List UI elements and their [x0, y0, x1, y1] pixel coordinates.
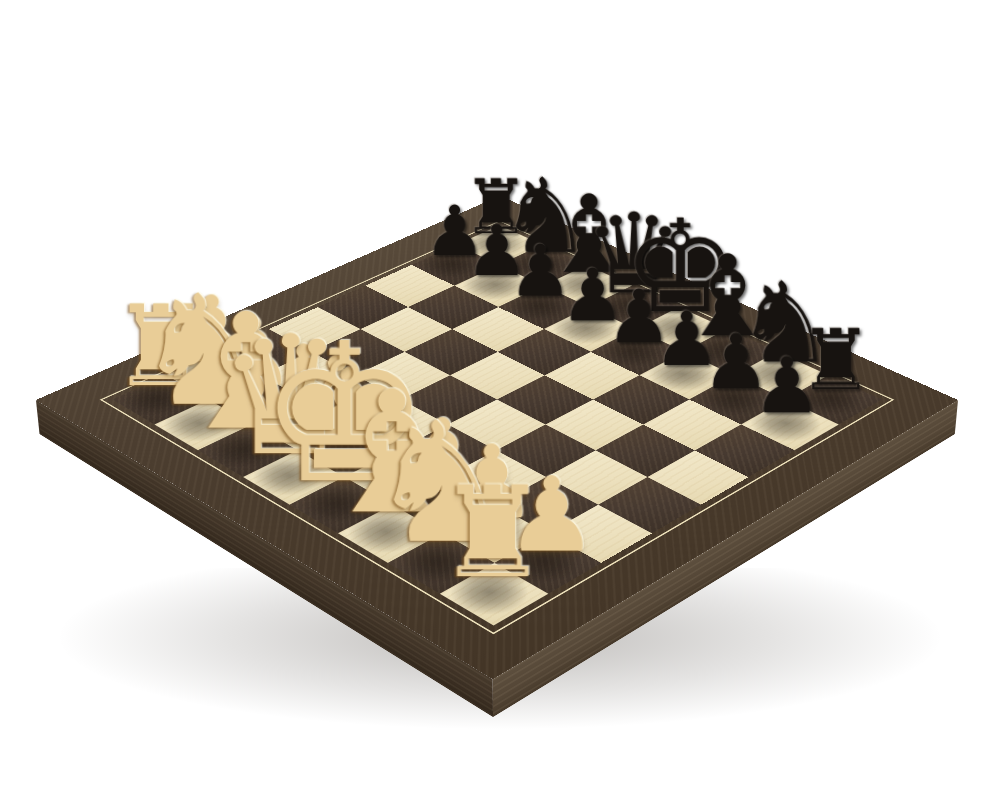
product-photo-scene: ♜♞♝♛♚♝♞♜♟♟♟♟♟♟♟♟♟♟♟♟♟♟♟♟♜♞♝♛♚♝♞♜: [0, 0, 1000, 800]
board-grid: ♜♞♝♛♚♝♞♜♟♟♟♟♟♟♟♟♟♟♟♟♟♟♟♟♜♞♝♛♚♝♞♜: [112, 225, 881, 625]
